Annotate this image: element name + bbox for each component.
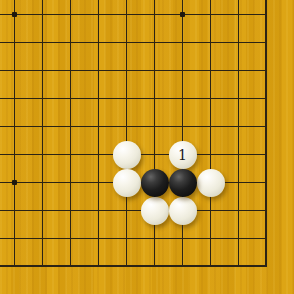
board-edge-right: [265, 0, 267, 267]
grid-line-vertical: [182, 0, 183, 267]
grid-line-vertical: [154, 0, 155, 267]
white-stone: 1: [169, 141, 197, 169]
grid-line-horizontal: [0, 42, 267, 43]
move-number-label: 1: [178, 148, 187, 162]
grid-line-vertical: [14, 0, 15, 267]
star-point: [12, 180, 17, 185]
grid-line-horizontal: [0, 70, 267, 71]
grid-line-horizontal: [0, 126, 267, 127]
grid-line-vertical: [126, 0, 127, 267]
white-stone: [113, 141, 141, 169]
grid-line-horizontal: [0, 98, 267, 99]
grid-line-vertical: [210, 0, 211, 267]
grid-line-vertical: [98, 0, 99, 267]
board-edge-bottom: [0, 265, 267, 267]
grid-line-vertical: [238, 0, 239, 267]
grid-line-horizontal: [0, 14, 267, 15]
black-stone: [141, 169, 169, 197]
grid-line-vertical: [42, 0, 43, 267]
white-stone: [169, 197, 197, 225]
grid-line-horizontal: [0, 238, 267, 239]
white-stone: [197, 169, 225, 197]
grid-line-horizontal: [0, 210, 267, 211]
white-stone: [113, 169, 141, 197]
star-point: [12, 12, 17, 17]
go-board[interactable]: 1: [0, 0, 294, 294]
black-stone: [169, 169, 197, 197]
star-point: [180, 12, 185, 17]
white-stone: [141, 197, 169, 225]
grid-line-vertical: [70, 0, 71, 267]
